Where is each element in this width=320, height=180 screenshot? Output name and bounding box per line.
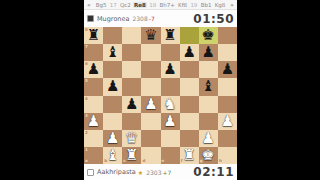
bottom-player-rating: 2303: [146, 169, 161, 176]
square-c6[interactable]: [122, 61, 141, 78]
white-king[interactable]: ♚: [199, 147, 218, 164]
square-h5[interactable]: [218, 78, 237, 95]
square-b8[interactable]: [103, 27, 122, 44]
square-c1[interactable]: c♜: [122, 147, 141, 164]
move-tokens: Bg517Qc2Re818Bh7+Kf819Bb1Kg8: [92, 2, 230, 8]
move-number: 18: [148, 2, 157, 8]
square-b2[interactable]: ♟: [103, 130, 122, 147]
square-a3[interactable]: 3♟: [84, 113, 103, 130]
square-g1[interactable]: g♚: [199, 147, 218, 164]
rank-label: 4: [85, 97, 88, 101]
black-pawn[interactable]: ♟: [161, 61, 180, 78]
white-bishop[interactable]: ♝: [103, 147, 122, 164]
black-queen[interactable]: ♛: [141, 27, 160, 44]
square-f2[interactable]: [180, 130, 199, 147]
square-b1[interactable]: b♝: [103, 147, 122, 164]
top-player-rating: 2308: [132, 15, 147, 22]
square-e7[interactable]: [161, 44, 180, 61]
square-e5[interactable]: [161, 78, 180, 95]
square-b6[interactable]: [103, 61, 122, 78]
black-bishop[interactable]: ♝: [199, 78, 218, 95]
file-label: d: [142, 159, 145, 163]
square-h3[interactable]: ♟: [218, 113, 237, 130]
square-g8[interactable]: ♚: [199, 27, 218, 44]
square-d7[interactable]: [141, 44, 160, 61]
square-h2[interactable]: [218, 130, 237, 147]
black-pawn[interactable]: ♟: [199, 44, 218, 61]
rank-label: 5: [85, 79, 88, 83]
square-a5[interactable]: 5: [84, 78, 103, 95]
square-f4[interactable]: [180, 96, 199, 113]
square-f7[interactable]: ♟: [180, 44, 199, 61]
last-move-icon[interactable]: »: [229, 1, 235, 8]
video-frame: « Bg517Qc2Re818Bh7+Kf819Bb1Kg8 » Mugrone…: [0, 0, 320, 180]
square-e2[interactable]: [161, 130, 180, 147]
file-label: a: [85, 159, 88, 163]
move-list-bar: « Bg517Qc2Re818Bh7+Kf819Bb1Kg8 »: [84, 0, 237, 10]
bottom-player-name[interactable]: Aakhripasta: [97, 168, 136, 176]
white-pawn[interactable]: ♟: [161, 113, 180, 130]
black-pawn[interactable]: ♟: [84, 61, 103, 78]
top-player-name[interactable]: Mugronea: [97, 15, 129, 23]
app-content: « Bg517Qc2Re818Bh7+Kf819Bb1Kg8 » Mugrone…: [84, 0, 237, 180]
square-b7[interactable]: ♝: [103, 44, 122, 61]
move-token[interactable]: Kf8: [177, 2, 188, 8]
white-rook[interactable]: ♜: [122, 147, 141, 164]
player-flair-icon: ★: [138, 169, 143, 176]
black-pawn[interactable]: ♟: [180, 44, 199, 61]
move-token[interactable]: Bg5: [95, 2, 108, 8]
file-label: e: [162, 159, 165, 163]
move-token[interactable]: Qc2: [119, 2, 132, 8]
square-e8[interactable]: ♜: [161, 27, 180, 44]
top-player-row: Mugronea 2308 -7 01:50: [84, 10, 237, 27]
square-a7[interactable]: 7: [84, 44, 103, 61]
bottom-player-row: Aakhripasta ★ 2303 +7 02:11: [84, 164, 237, 180]
black-piece-color-icon: [87, 15, 94, 22]
square-e6[interactable]: ♟: [161, 61, 180, 78]
move-token[interactable]: Kg8: [214, 2, 227, 8]
move-token[interactable]: Re8: [133, 2, 147, 8]
square-g7[interactable]: ♟: [199, 44, 218, 61]
square-e3[interactable]: ♟: [161, 113, 180, 130]
square-g3[interactable]: [199, 113, 218, 130]
black-rook[interactable]: ♜: [84, 27, 103, 44]
move-number: 17: [109, 2, 118, 8]
square-c8[interactable]: [122, 27, 141, 44]
rank-label: 1: [85, 148, 88, 152]
black-pawn[interactable]: ♟: [122, 96, 141, 113]
white-pawn[interactable]: ♟: [218, 113, 237, 130]
square-a2[interactable]: 2: [84, 130, 103, 147]
move-number: 19: [189, 2, 198, 8]
black-pawn[interactable]: ♟: [103, 78, 122, 95]
file-label: h: [219, 159, 222, 163]
square-a8[interactable]: 8♜: [84, 27, 103, 44]
white-pawn[interactable]: ♟: [84, 113, 103, 130]
square-a1[interactable]: 1a: [84, 147, 103, 164]
square-d1[interactable]: d: [141, 147, 160, 164]
rank-label: 7: [85, 45, 88, 49]
square-d3[interactable]: [141, 113, 160, 130]
black-pawn[interactable]: ♟: [218, 61, 237, 78]
square-b4[interactable]: [103, 96, 122, 113]
bottom-player-clock: 02:11: [193, 165, 234, 179]
black-rook[interactable]: ♜: [161, 27, 180, 44]
square-c5[interactable]: [122, 78, 141, 95]
square-c4[interactable]: ♟: [122, 96, 141, 113]
square-h7[interactable]: [218, 44, 237, 61]
square-f5[interactable]: [180, 78, 199, 95]
square-f3[interactable]: [180, 113, 199, 130]
square-f1[interactable]: f♜: [180, 147, 199, 164]
square-d6[interactable]: [141, 61, 160, 78]
square-h4[interactable]: [218, 96, 237, 113]
white-pawn[interactable]: ♟: [103, 130, 122, 147]
square-b5[interactable]: ♟: [103, 78, 122, 95]
white-knight[interactable]: ♞: [161, 96, 180, 113]
white-pawn[interactable]: ♟: [141, 96, 160, 113]
square-c7[interactable]: [122, 44, 141, 61]
square-d8[interactable]: ♛: [141, 27, 160, 44]
square-b3[interactable]: [103, 113, 122, 130]
square-f8[interactable]: [180, 27, 199, 44]
square-g5[interactable]: ♝: [199, 78, 218, 95]
white-rook[interactable]: ♜: [180, 147, 199, 164]
square-a6[interactable]: 6♟: [84, 61, 103, 78]
square-h8[interactable]: [218, 27, 237, 44]
square-h1[interactable]: h: [218, 147, 237, 164]
white-queen[interactable]: ♛: [122, 130, 141, 147]
square-g2[interactable]: ♟: [199, 130, 218, 147]
move-token[interactable]: Bb1: [200, 2, 213, 8]
bottom-player-rating-change: +7: [163, 169, 172, 176]
square-e1[interactable]: e: [161, 147, 180, 164]
square-g4[interactable]: [199, 96, 218, 113]
rank-label: 2: [85, 131, 88, 135]
square-d2[interactable]: [141, 130, 160, 147]
top-player-rating-change: -7: [149, 15, 155, 22]
top-player-clock: 01:50: [193, 12, 234, 26]
square-h6[interactable]: ♟: [218, 61, 237, 78]
black-king[interactable]: ♚: [199, 27, 218, 44]
square-d4[interactable]: ♟: [141, 96, 160, 113]
white-pawn[interactable]: ♟: [199, 130, 218, 147]
white-piece-color-icon: [87, 169, 94, 176]
square-e4[interactable]: ♞: [161, 96, 180, 113]
black-bishop[interactable]: ♝: [103, 44, 122, 61]
move-token[interactable]: Bh7+: [158, 2, 175, 8]
square-c2[interactable]: ♛: [122, 130, 141, 147]
square-a4[interactable]: 4: [84, 96, 103, 113]
square-g6[interactable]: [199, 61, 218, 78]
square-f6[interactable]: [180, 61, 199, 78]
chess-board: 8♜♛♜♚7♝♟♟6♟♟♟5♟♝4♟♟♞3♟♟♟2♟♛♟1ab♝c♜def♜g♚…: [84, 27, 237, 164]
square-c3[interactable]: [122, 113, 141, 130]
square-d5[interactable]: [141, 78, 160, 95]
